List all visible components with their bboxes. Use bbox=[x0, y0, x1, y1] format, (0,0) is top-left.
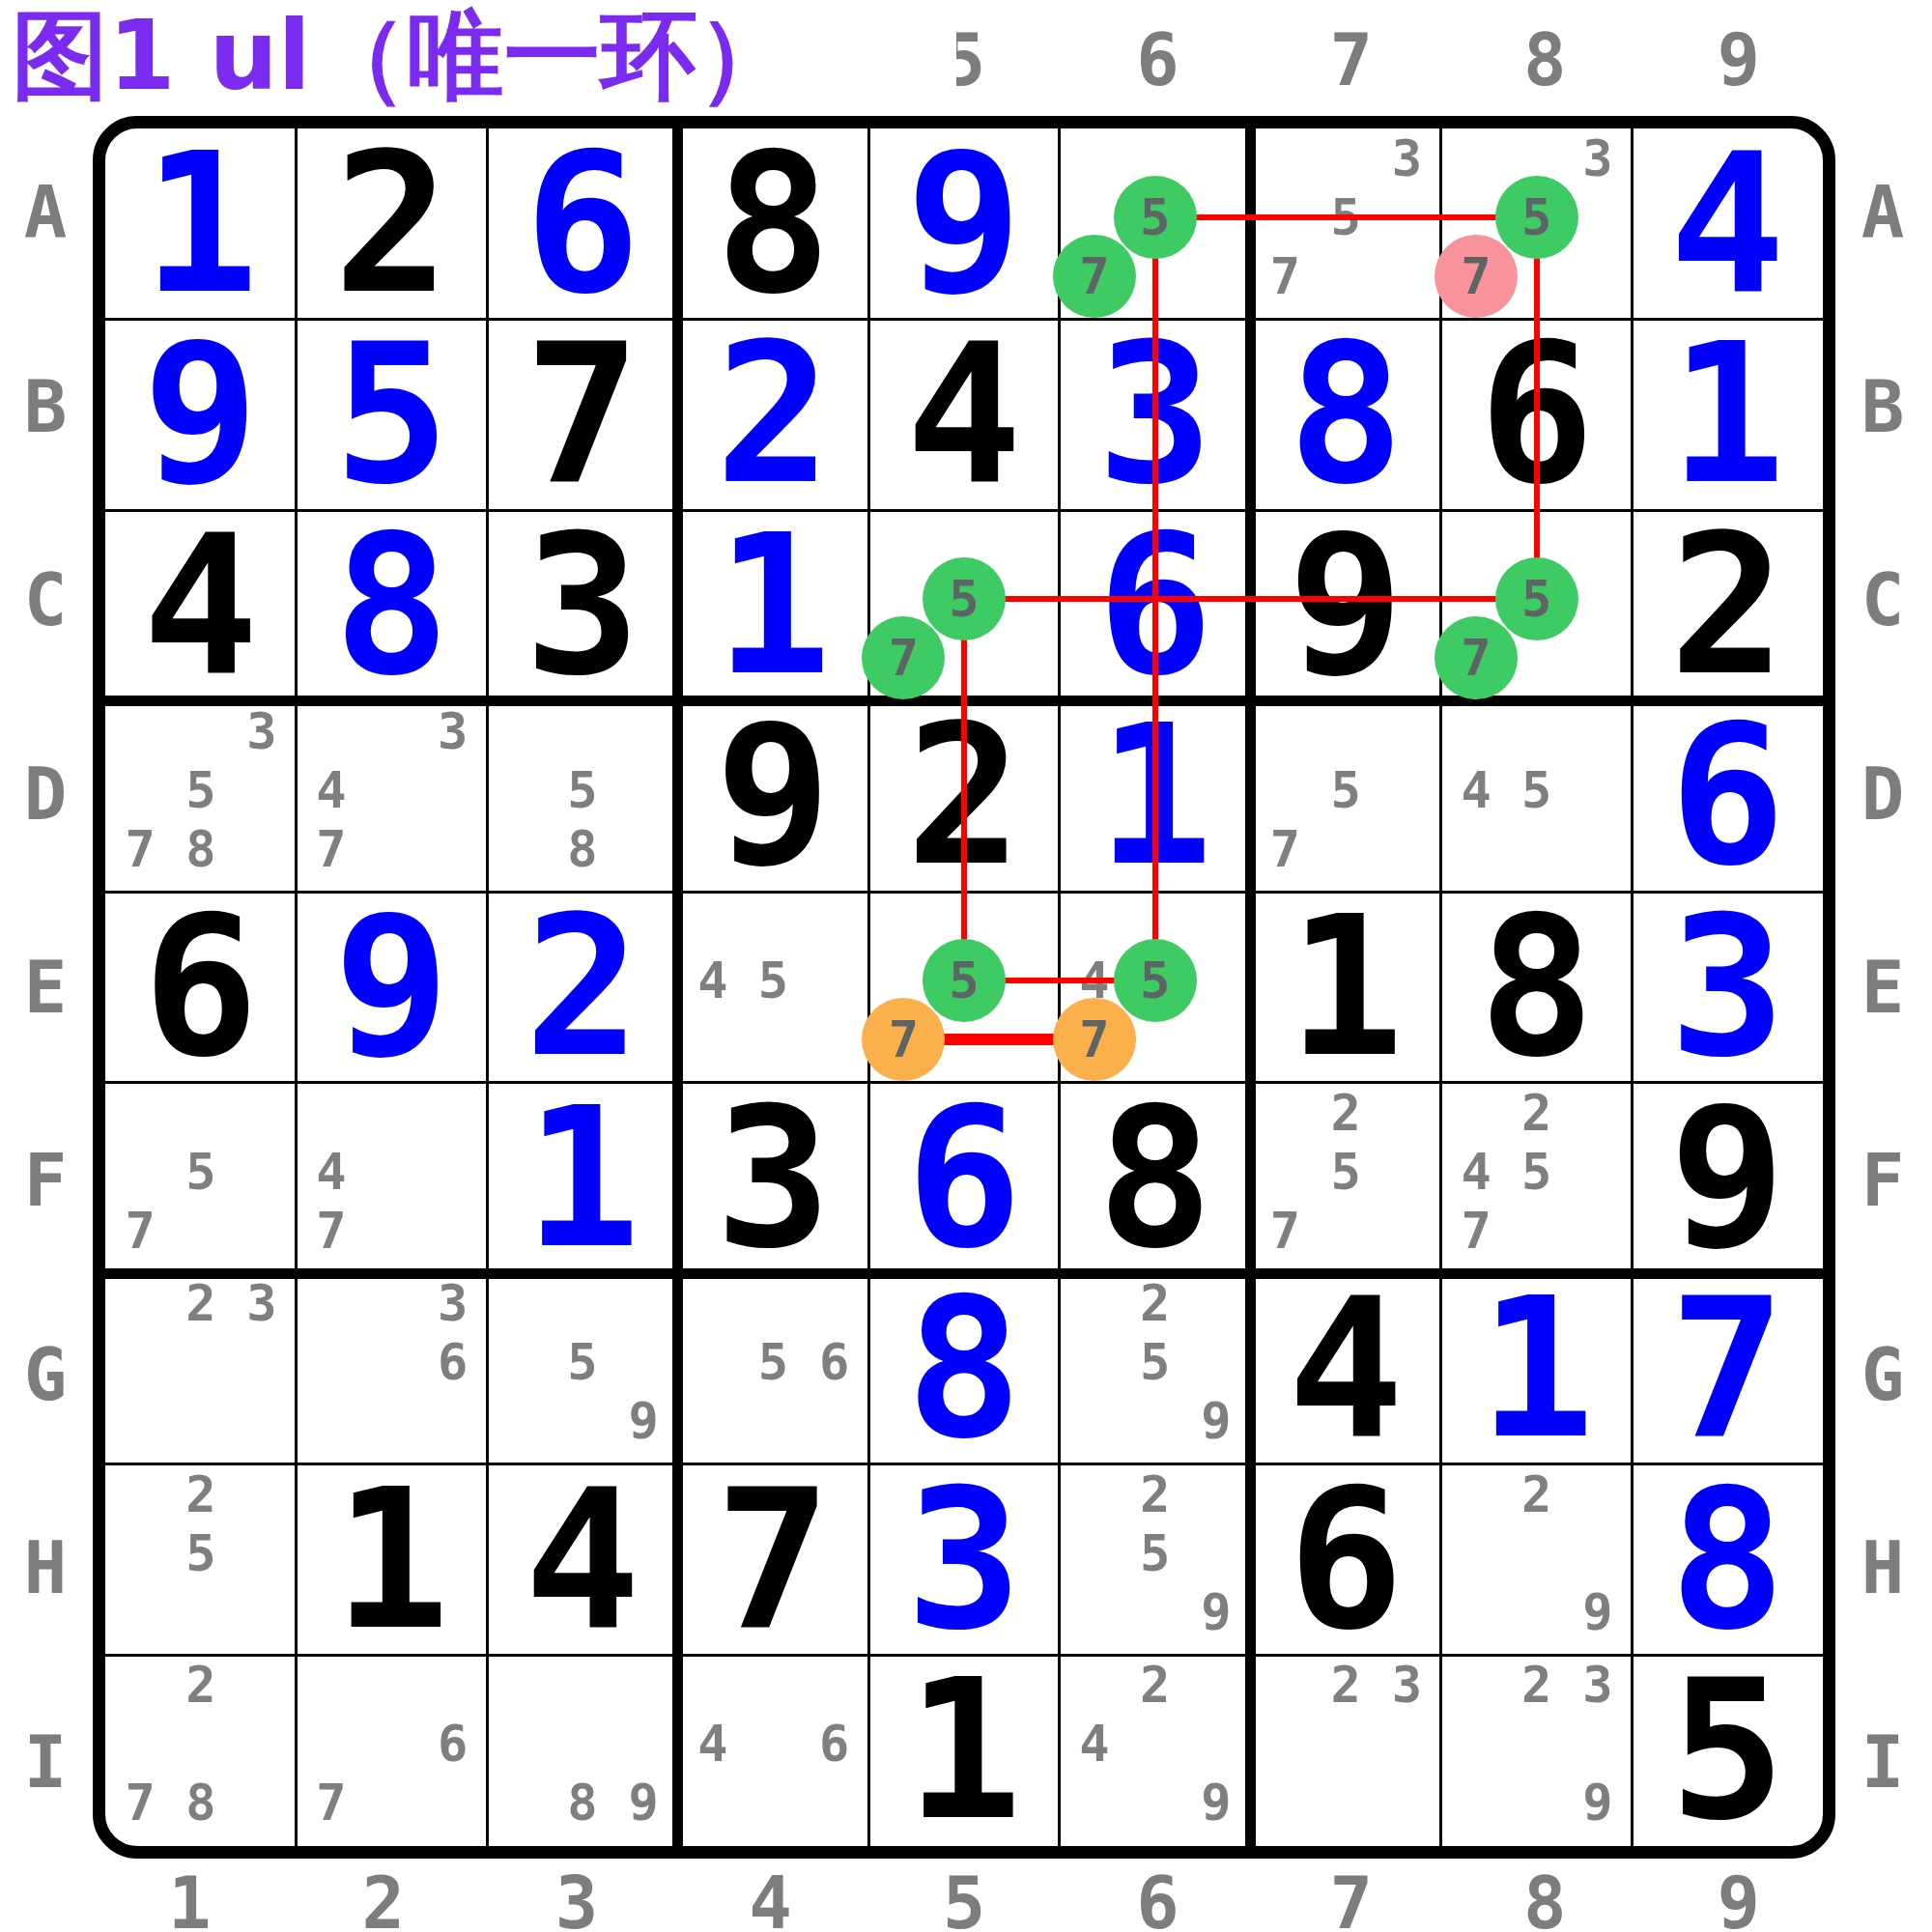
solved-digit-A9: 4 bbox=[1632, 128, 1823, 320]
row-label-C-right: C bbox=[1837, 503, 1928, 696]
cell-F4[interactable]: 3 bbox=[678, 1083, 869, 1274]
solved-digit-B1: 9 bbox=[105, 320, 297, 511]
given-digit-D4: 9 bbox=[678, 701, 869, 893]
col-label-3-bottom: 3 bbox=[480, 1859, 673, 1932]
row-label-I-right: I bbox=[1837, 1665, 1928, 1859]
candidate-2-H6: 2 bbox=[1140, 1469, 1170, 1520]
cell-G2[interactable]: 36 bbox=[297, 1273, 488, 1464]
col-label-6-bottom: 6 bbox=[1061, 1859, 1254, 1932]
cell-G3[interactable]: 59 bbox=[487, 1273, 678, 1464]
cell-E7[interactable]: 1 bbox=[1250, 892, 1441, 1083]
candidate-7-D1: 7 bbox=[126, 824, 156, 874]
cell-G6[interactable]: 259 bbox=[1060, 1273, 1251, 1464]
highlight-circle-green-7-C5: 7 bbox=[862, 616, 945, 699]
row-label-H-left: H bbox=[0, 1471, 91, 1664]
candidate-6-G4: 6 bbox=[819, 1337, 849, 1387]
candidate-3-D2: 3 bbox=[438, 706, 468, 756]
highlight-circle-green-5-C8: 5 bbox=[1495, 557, 1578, 640]
candidate-5-E4: 5 bbox=[758, 955, 788, 1006]
candidate-4-I4: 4 bbox=[697, 1719, 727, 1769]
candidate-6-I2: 6 bbox=[438, 1719, 468, 1769]
candidate-2-I1: 2 bbox=[185, 1660, 215, 1710]
cell-C9[interactable]: 2 bbox=[1632, 510, 1823, 701]
solved-digit-G5: 8 bbox=[868, 1273, 1060, 1464]
highlight-circle-orange-7-E5: 7 bbox=[862, 998, 945, 1081]
candidate-7-A7: 7 bbox=[1270, 251, 1300, 301]
loop-line-A6-A8-digit5 bbox=[1155, 214, 1537, 220]
given-digit-B5: 4 bbox=[868, 320, 1060, 511]
cell-B7[interactable]: 8 bbox=[1250, 320, 1441, 511]
candidate-5-F8: 5 bbox=[1521, 1147, 1551, 1197]
given-digit-F6: 8 bbox=[1060, 1083, 1251, 1274]
solved-digit-F3: 1 bbox=[487, 1083, 678, 1274]
col-label-1-bottom: 1 bbox=[93, 1859, 286, 1932]
cell-E9[interactable]: 3 bbox=[1632, 892, 1823, 1083]
solved-digit-E2: 9 bbox=[297, 892, 488, 1083]
cell-A1[interactable]: 1 bbox=[105, 128, 297, 320]
loop-line-C8-C5-digit5 bbox=[964, 596, 1537, 602]
given-digit-E8: 8 bbox=[1441, 892, 1633, 1083]
candidate-2-I7: 2 bbox=[1330, 1660, 1360, 1710]
cell-D1[interactable]: 3578 bbox=[105, 701, 297, 893]
given-digit-C3: 3 bbox=[487, 510, 678, 701]
cell-I6[interactable]: 249 bbox=[1060, 1655, 1251, 1846]
candidate-5-H6: 5 bbox=[1140, 1528, 1170, 1578]
row-label-G-left: G bbox=[0, 1278, 91, 1471]
candidate-5-G4: 5 bbox=[758, 1337, 788, 1387]
cell-D3[interactable]: 58 bbox=[487, 701, 678, 893]
given-digit-F9: 9 bbox=[1632, 1083, 1823, 1274]
given-digit-H4: 7 bbox=[678, 1464, 869, 1656]
col-label-5-bottom: 5 bbox=[867, 1859, 1061, 1932]
cell-I7[interactable]: 23 bbox=[1250, 1655, 1441, 1846]
given-digit-H2: 1 bbox=[297, 1464, 488, 1656]
cell-I5[interactable]: 1 bbox=[868, 1655, 1060, 1846]
candidate-5-F1: 5 bbox=[185, 1147, 215, 1197]
sudoku-board: 1268935734957243861483169235783475892157… bbox=[93, 116, 1835, 1859]
cell-F1[interactable]: 57 bbox=[105, 1083, 297, 1274]
cell-G7[interactable]: 4 bbox=[1250, 1273, 1441, 1464]
cell-H9[interactable]: 8 bbox=[1632, 1464, 1823, 1656]
solved-digit-E3: 2 bbox=[487, 892, 678, 1083]
solved-digit-A5: 9 bbox=[868, 128, 1060, 320]
cell-A4[interactable]: 8 bbox=[678, 128, 869, 320]
given-digit-C7: 9 bbox=[1250, 510, 1441, 701]
cell-H1[interactable]: 25 bbox=[105, 1464, 297, 1656]
solved-digit-D9: 6 bbox=[1632, 701, 1823, 893]
candidate-2-F8: 2 bbox=[1521, 1088, 1551, 1138]
candidate-3-I8: 3 bbox=[1582, 1660, 1612, 1710]
cell-B3[interactable]: 7 bbox=[487, 320, 678, 511]
cell-H6[interactable]: 259 bbox=[1060, 1464, 1251, 1656]
highlight-circle-green-5-C5: 5 bbox=[923, 557, 1006, 640]
loop-line-E6-A6-digit5 bbox=[1152, 217, 1158, 980]
given-digit-I9: 5 bbox=[1632, 1655, 1823, 1846]
loop-line-C5-E5-digit5 bbox=[961, 599, 967, 980]
solved-digit-B7: 8 bbox=[1250, 320, 1441, 511]
candidate-9-I6: 9 bbox=[1201, 1777, 1231, 1828]
cell-H2[interactable]: 1 bbox=[297, 1464, 488, 1656]
cell-H3[interactable]: 4 bbox=[487, 1464, 678, 1656]
candidate-5-H1: 5 bbox=[185, 1528, 215, 1578]
candidate-2-H1: 2 bbox=[185, 1469, 215, 1520]
col-label-8-top: 8 bbox=[1448, 12, 1641, 108]
solved-digit-B2: 5 bbox=[297, 320, 488, 511]
cell-A3[interactable]: 6 bbox=[487, 128, 678, 320]
candidate-3-A7: 3 bbox=[1392, 133, 1422, 184]
cell-E2[interactable]: 9 bbox=[297, 892, 488, 1083]
cell-D4[interactable]: 9 bbox=[678, 701, 869, 893]
col-label-7-top: 7 bbox=[1255, 12, 1448, 108]
candidate-7-F7: 7 bbox=[1270, 1206, 1300, 1256]
cell-B5[interactable]: 4 bbox=[868, 320, 1060, 511]
row-labels-right: ABCDEFGHI bbox=[1837, 116, 1928, 1859]
candidate-2-I6: 2 bbox=[1140, 1660, 1170, 1710]
row-label-F-left: F bbox=[0, 1084, 91, 1277]
cell-D7[interactable]: 57 bbox=[1250, 701, 1441, 893]
candidate-9-H8: 9 bbox=[1582, 1587, 1612, 1637]
cell-G8[interactable]: 1 bbox=[1441, 1273, 1633, 1464]
page-title: 图1 ul（唯一环） bbox=[12, 2, 956, 110]
candidate-8-I3: 8 bbox=[567, 1777, 597, 1828]
cell-F6[interactable]: 8 bbox=[1060, 1083, 1251, 1274]
row-label-B-left: B bbox=[0, 309, 91, 502]
given-digit-A2: 2 bbox=[297, 128, 488, 320]
candidate-4-E4: 4 bbox=[697, 955, 727, 1006]
cell-A2[interactable]: 2 bbox=[297, 128, 488, 320]
solved-digit-H5: 3 bbox=[868, 1464, 1060, 1656]
candidate-4-F2: 4 bbox=[316, 1147, 346, 1197]
highlight-circle-orange-7-E6: 7 bbox=[1053, 998, 1136, 1081]
candidate-7-D2: 7 bbox=[316, 824, 346, 874]
cell-D2[interactable]: 347 bbox=[297, 701, 488, 893]
col-label-8-bottom: 8 bbox=[1448, 1859, 1641, 1932]
given-digit-H3: 4 bbox=[487, 1464, 678, 1656]
row-label-E-right: E bbox=[1837, 891, 1928, 1084]
cell-B4[interactable]: 2 bbox=[678, 320, 869, 511]
candidate-5-D3: 5 bbox=[567, 765, 597, 815]
given-digit-G7: 4 bbox=[1250, 1273, 1441, 1464]
candidate-9-H6: 9 bbox=[1201, 1587, 1231, 1637]
cell-C2[interactable]: 8 bbox=[297, 510, 488, 701]
row-label-E-left: E bbox=[0, 891, 91, 1084]
highlight-circle-green-5-E6: 5 bbox=[1114, 939, 1197, 1022]
solved-digit-B4: 2 bbox=[678, 320, 869, 511]
cell-D8[interactable]: 45 bbox=[1441, 701, 1633, 893]
cell-H5[interactable]: 3 bbox=[868, 1464, 1060, 1656]
cell-I3[interactable]: 89 bbox=[487, 1655, 678, 1846]
cell-G5[interactable]: 8 bbox=[868, 1273, 1060, 1464]
row-label-D-right: D bbox=[1837, 696, 1928, 890]
board-inner: 1268935734957243861483169235783475892157… bbox=[105, 128, 1823, 1846]
cell-I1[interactable]: 278 bbox=[105, 1655, 297, 1846]
highlight-circle-green-5-A6: 5 bbox=[1114, 176, 1197, 259]
given-digit-I5: 1 bbox=[868, 1655, 1060, 1846]
candidate-5-G6: 5 bbox=[1140, 1337, 1170, 1387]
col-label-9-top: 9 bbox=[1642, 12, 1835, 108]
cell-F9[interactable]: 9 bbox=[1632, 1083, 1823, 1274]
candidate-5-F7: 5 bbox=[1330, 1147, 1360, 1197]
candidate-4-D8: 4 bbox=[1461, 765, 1491, 815]
candidate-9-G3: 9 bbox=[628, 1396, 658, 1446]
candidate-5-D7: 5 bbox=[1330, 765, 1360, 815]
solved-digit-E9: 3 bbox=[1632, 892, 1823, 1083]
cell-C4[interactable]: 1 bbox=[678, 510, 869, 701]
row-label-B-right: B bbox=[1837, 309, 1928, 502]
row-label-C-left: C bbox=[0, 503, 91, 696]
candidate-7-F8: 7 bbox=[1461, 1206, 1491, 1256]
given-digit-H7: 6 bbox=[1250, 1464, 1441, 1656]
candidate-3-G1: 3 bbox=[246, 1278, 276, 1328]
row-label-H-right: H bbox=[1837, 1471, 1928, 1664]
cell-I8[interactable]: 239 bbox=[1441, 1655, 1633, 1846]
cell-D9[interactable]: 6 bbox=[1632, 701, 1823, 893]
candidate-7-I2: 7 bbox=[316, 1777, 346, 1828]
candidate-4-D2: 4 bbox=[316, 765, 346, 815]
col-label-9-bottom: 9 bbox=[1642, 1859, 1835, 1932]
col-label-2-bottom: 2 bbox=[286, 1859, 479, 1932]
cell-I2[interactable]: 67 bbox=[297, 1655, 488, 1846]
cell-C3[interactable]: 3 bbox=[487, 510, 678, 701]
candidate-7-I1: 7 bbox=[126, 1777, 156, 1828]
candidate-2-H8: 2 bbox=[1521, 1469, 1551, 1520]
candidate-9-G6: 9 bbox=[1201, 1396, 1231, 1446]
cell-E4[interactable]: 45 bbox=[678, 892, 869, 1083]
cell-A7[interactable]: 357 bbox=[1250, 128, 1441, 320]
given-digit-B3: 7 bbox=[487, 320, 678, 511]
solved-digit-B9: 1 bbox=[1632, 320, 1823, 511]
cell-B2[interactable]: 5 bbox=[297, 320, 488, 511]
candidate-7-F2: 7 bbox=[316, 1206, 346, 1256]
row-labels-left: ABCDEFGHI bbox=[0, 116, 91, 1859]
cell-G4[interactable]: 56 bbox=[678, 1273, 869, 1464]
candidate-8-D3: 8 bbox=[567, 824, 597, 874]
candidate-5-D1: 5 bbox=[185, 765, 215, 815]
row-label-A-right: A bbox=[1837, 116, 1928, 309]
row-label-G-right: G bbox=[1837, 1278, 1928, 1471]
cell-F2[interactable]: 47 bbox=[297, 1083, 488, 1274]
cell-E1[interactable]: 6 bbox=[105, 892, 297, 1083]
solved-digit-C4: 1 bbox=[678, 510, 869, 701]
cell-G9[interactable]: 7 bbox=[1632, 1273, 1823, 1464]
highlight-circle-green-7-C8: 7 bbox=[1435, 616, 1518, 699]
given-digit-C1: 4 bbox=[105, 510, 297, 701]
row-label-I-left: I bbox=[0, 1665, 91, 1859]
cell-F5[interactable]: 6 bbox=[868, 1083, 1060, 1274]
cell-F3[interactable]: 1 bbox=[487, 1083, 678, 1274]
cell-H8[interactable]: 29 bbox=[1441, 1464, 1633, 1656]
candidate-6-I4: 6 bbox=[819, 1719, 849, 1769]
candidate-9-I3: 9 bbox=[628, 1777, 658, 1828]
candidate-6-G2: 6 bbox=[438, 1337, 468, 1387]
cell-H4[interactable]: 7 bbox=[678, 1464, 869, 1656]
cell-E3[interactable]: 2 bbox=[487, 892, 678, 1083]
cell-E8[interactable]: 8 bbox=[1441, 892, 1633, 1083]
loop-line-A8-C8-digit5 bbox=[1534, 217, 1540, 599]
given-digit-E1: 6 bbox=[105, 892, 297, 1083]
candidate-8-I1: 8 bbox=[185, 1777, 215, 1828]
cell-A9[interactable]: 4 bbox=[1632, 128, 1823, 320]
candidate-8-D1: 8 bbox=[185, 824, 215, 874]
candidate-2-G1: 2 bbox=[185, 1278, 215, 1328]
col-label-6-top: 6 bbox=[1061, 12, 1254, 108]
given-digit-A4: 8 bbox=[678, 128, 869, 320]
cell-C1[interactable]: 4 bbox=[105, 510, 297, 701]
candidate-2-G6: 2 bbox=[1140, 1278, 1170, 1328]
cell-F7[interactable]: 257 bbox=[1250, 1083, 1441, 1274]
candidate-5-G3: 5 bbox=[567, 1337, 597, 1387]
candidate-3-D1: 3 bbox=[246, 706, 276, 756]
cell-F8[interactable]: 2457 bbox=[1441, 1083, 1633, 1274]
highlight-circle-pink-7-A8: 7 bbox=[1435, 235, 1518, 318]
cell-B1[interactable]: 9 bbox=[105, 320, 297, 511]
col-label-4-bottom: 4 bbox=[673, 1859, 867, 1932]
candidate-4-F8: 4 bbox=[1461, 1147, 1491, 1197]
row-label-A-left: A bbox=[0, 116, 91, 309]
cell-H7[interactable]: 6 bbox=[1250, 1464, 1441, 1656]
candidate-4-I6: 4 bbox=[1079, 1719, 1109, 1769]
solved-digit-C2: 8 bbox=[297, 510, 488, 701]
sudoku-app: 图1 ul（唯一环） 123456789 123456789 ABCDEFGHI… bbox=[0, 0, 1932, 1932]
given-digit-E7: 1 bbox=[1250, 892, 1441, 1083]
candidate-3-I7: 3 bbox=[1392, 1660, 1422, 1710]
cell-G1[interactable]: 23 bbox=[105, 1273, 297, 1464]
cell-I9[interactable]: 5 bbox=[1632, 1655, 1823, 1846]
cell-C7[interactable]: 9 bbox=[1250, 510, 1441, 701]
solved-digit-H9: 8 bbox=[1632, 1464, 1823, 1656]
candidate-7-D7: 7 bbox=[1270, 824, 1300, 874]
highlight-circle-green-5-E5: 5 bbox=[923, 939, 1006, 1022]
solved-digit-G9: 7 bbox=[1632, 1273, 1823, 1464]
solved-digit-A1: 1 bbox=[105, 128, 297, 320]
highlight-circle-green-7-A6: 7 bbox=[1053, 235, 1136, 318]
solved-digit-F5: 6 bbox=[868, 1083, 1060, 1274]
cell-A5[interactable]: 9 bbox=[868, 128, 1060, 320]
candidate-7-F1: 7 bbox=[126, 1206, 156, 1256]
candidate-2-I8: 2 bbox=[1521, 1660, 1551, 1710]
candidate-2-F7: 2 bbox=[1330, 1088, 1360, 1138]
col-labels-bottom: 123456789 bbox=[93, 1859, 1835, 1932]
row-label-D-left: D bbox=[0, 696, 91, 890]
candidate-3-G2: 3 bbox=[438, 1278, 468, 1328]
given-digit-F4: 3 bbox=[678, 1083, 869, 1274]
cell-B9[interactable]: 1 bbox=[1632, 320, 1823, 511]
col-label-7-bottom: 7 bbox=[1255, 1859, 1448, 1932]
solved-digit-G8: 1 bbox=[1441, 1273, 1633, 1464]
candidate-5-D8: 5 bbox=[1521, 765, 1551, 815]
solved-digit-A3: 6 bbox=[487, 128, 678, 320]
candidate-3-A8: 3 bbox=[1582, 133, 1612, 184]
highlight-circle-green-5-A8: 5 bbox=[1495, 176, 1578, 259]
given-digit-C9: 2 bbox=[1632, 510, 1823, 701]
candidate-9-I8: 9 bbox=[1582, 1777, 1612, 1828]
row-label-F-right: F bbox=[1837, 1084, 1928, 1277]
cell-I4[interactable]: 46 bbox=[678, 1655, 869, 1846]
